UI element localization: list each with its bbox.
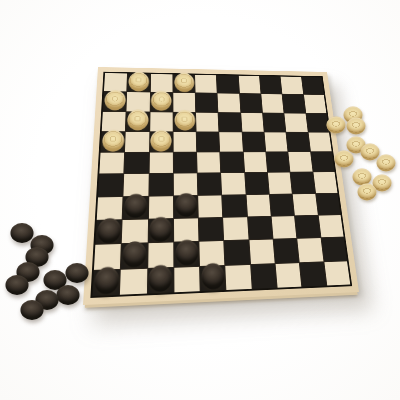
- board-cell-r7c3[interactable]: [149, 196, 173, 219]
- board-cell-r5c4[interactable]: [174, 153, 197, 174]
- board-cell-r10c6[interactable]: [226, 265, 252, 290]
- board-cell-r3c3[interactable]: [150, 112, 173, 131]
- board-cell-r8c5[interactable]: [199, 218, 224, 241]
- board-cell-r8c2[interactable]: [122, 220, 148, 244]
- light-piece[interactable]: ⛀: [104, 90, 126, 110]
- board-cell-r2c4[interactable]: [173, 93, 195, 112]
- board-cell-r10c4[interactable]: [174, 267, 200, 293]
- board-cell-r1c3[interactable]: [150, 74, 172, 92]
- board-cell-r7c6[interactable]: [223, 195, 247, 217]
- light-piece[interactable]: ⛀: [151, 91, 171, 111]
- board-cell-r1c5[interactable]: [195, 75, 217, 93]
- board-cell-r6c4[interactable]: [174, 174, 198, 196]
- board-cell-r10c8[interactable]: [276, 263, 302, 288]
- board-cell-r2c7[interactable]: [240, 94, 262, 112]
- board-cell-r2c10[interactable]: [304, 95, 327, 113]
- dark-piece[interactable]: ⛂: [124, 194, 147, 218]
- board-cell-r10c1[interactable]: ⛂: [92, 270, 120, 296]
- board-cell-r5c7[interactable]: [244, 152, 268, 172]
- board-cell-r10c5[interactable]: ⛂: [200, 266, 226, 291]
- board-cell-r9c9[interactable]: [298, 238, 324, 262]
- board-cell-r3c10[interactable]: [306, 113, 329, 131]
- board-cell-r9c6[interactable]: [225, 241, 250, 265]
- board-cell-r3c4[interactable]: ⛀: [173, 112, 196, 131]
- board-cell-r7c2[interactable]: ⛂: [123, 196, 148, 219]
- board-cell-r4c10[interactable]: [308, 132, 331, 151]
- board-cell-r3c6[interactable]: [219, 113, 242, 132]
- dark-piece[interactable]: ⛂: [175, 240, 198, 266]
- board-cell-r4c4[interactable]: [173, 132, 196, 152]
- board-cell-r10c2[interactable]: [120, 269, 147, 295]
- board-cell-r8c10[interactable]: [318, 215, 343, 237]
- board-cell-r9c7[interactable]: [249, 240, 274, 264]
- off-board-dark-piece[interactable]: ⛂: [21, 300, 44, 320]
- board-cell-r10c10[interactable]: [324, 261, 350, 285]
- board-cell-r4c3[interactable]: ⛀: [150, 132, 173, 152]
- off-board-dark-piece[interactable]: ⛂: [57, 285, 80, 305]
- light-piece[interactable]: ⛀: [128, 72, 149, 92]
- board-cell-r5c8[interactable]: [266, 152, 290, 172]
- board-cell-r6c5[interactable]: [198, 173, 222, 194]
- board-cell-r8c7[interactable]: [248, 217, 273, 240]
- board-cell-r9c4[interactable]: ⛂: [174, 242, 199, 267]
- off-board-light-piece[interactable]: ⛀: [361, 144, 380, 161]
- board-cell-r7c4[interactable]: ⛂: [174, 196, 198, 218]
- board-cell-r10c9[interactable]: [300, 262, 326, 287]
- board-cell-r5c1[interactable]: [99, 153, 124, 174]
- board-cell-r6c10[interactable]: [313, 172, 337, 193]
- dark-piece[interactable]: ⛂: [201, 263, 225, 290]
- board-cell-r5c9[interactable]: [289, 152, 313, 172]
- board-cell-r8c8[interactable]: [272, 216, 297, 239]
- board-cell-r6c6[interactable]: [222, 173, 246, 194]
- board-cell-r2c1[interactable]: ⛀: [103, 92, 127, 111]
- light-piece[interactable]: ⛀: [174, 73, 194, 92]
- board-cell-r4c6[interactable]: [220, 132, 243, 152]
- board-cell-r9c10[interactable]: [321, 238, 347, 261]
- board-cell-r10c3[interactable]: ⛂: [147, 268, 173, 294]
- board-cell-r8c4[interactable]: [174, 218, 199, 241]
- board-cell-r9c8[interactable]: [274, 239, 299, 263]
- off-board-light-piece[interactable]: ⛀: [347, 118, 366, 135]
- light-piece[interactable]: ⛀: [127, 110, 148, 131]
- board-cell-r8c1[interactable]: ⛂: [95, 220, 122, 244]
- board-cell-r5c5[interactable]: [197, 152, 220, 172]
- board-cell-r9c2[interactable]: ⛂: [121, 244, 147, 269]
- board-cell-r6c3[interactable]: [149, 174, 173, 196]
- light-piece[interactable]: ⛀: [174, 110, 195, 130]
- board-cell-r2c9[interactable]: [283, 95, 305, 113]
- board-cell-r7c9[interactable]: [293, 194, 318, 216]
- board-cell-r7c1[interactable]: [97, 197, 123, 220]
- dark-piece[interactable]: ⛂: [122, 241, 146, 267]
- board-cell-r6c8[interactable]: [268, 173, 292, 194]
- board-cell-r4c8[interactable]: [265, 132, 288, 151]
- board-cell-r3c1[interactable]: [102, 112, 126, 132]
- off-board-light-piece[interactable]: ⛀: [358, 184, 377, 201]
- board-cell-r1c2[interactable]: ⛀: [127, 74, 150, 92]
- board-cell-r2c3[interactable]: ⛀: [150, 93, 172, 112]
- board-cell-r1c7[interactable]: [239, 76, 261, 94]
- board-cell-r1c10[interactable]: [302, 77, 324, 95]
- board-cell-r1c4[interactable]: ⛀: [173, 74, 195, 92]
- board-cell-r5c6[interactable]: [221, 152, 245, 172]
- dark-piece[interactable]: ⛂: [149, 265, 173, 292]
- board-cell-r1c6[interactable]: [217, 75, 239, 93]
- board-cell-r6c2[interactable]: [124, 174, 149, 196]
- board-cell-r10c7[interactable]: [251, 264, 277, 289]
- off-board-dark-piece[interactable]: ⛂: [11, 223, 34, 243]
- board-cell-r6c7[interactable]: [245, 173, 269, 194]
- board-cell-r4c9[interactable]: [287, 132, 310, 151]
- board-cell-r3c8[interactable]: [263, 113, 286, 132]
- board-cell-r9c3[interactable]: [148, 243, 173, 268]
- light-piece[interactable]: ⛀: [102, 130, 125, 151]
- board-cell-r3c2[interactable]: ⛀: [126, 112, 149, 131]
- checkers-board: ⛀⛀⛀⛀⛀⛀⛀⛀⛂⛂⛂⛂⛂⛂⛂⛂⛂: [83, 67, 359, 305]
- board-cell-r4c5[interactable]: [197, 132, 220, 152]
- off-board-light-piece[interactable]: ⛀: [335, 151, 354, 168]
- board-cell-r4c1[interactable]: ⛀: [101, 132, 126, 152]
- board-grid: ⛀⛀⛀⛀⛀⛀⛀⛀⛂⛂⛂⛂⛂⛂⛂⛂⛂: [90, 72, 352, 298]
- board-cell-r2c2[interactable]: [127, 92, 150, 111]
- board-cell-r6c9[interactable]: [291, 173, 315, 194]
- board-cell-r2c6[interactable]: [218, 94, 240, 112]
- board-cell-r1c9[interactable]: [281, 77, 303, 95]
- board-cell-r3c7[interactable]: [241, 113, 264, 132]
- board-cell-r9c5[interactable]: [200, 241, 225, 265]
- off-board-dark-piece[interactable]: ⛂: [66, 263, 89, 283]
- board-cell-r5c3[interactable]: [149, 153, 173, 174]
- board-cell-r5c10[interactable]: [311, 152, 335, 172]
- dark-piece[interactable]: ⛂: [94, 267, 119, 295]
- off-board-light-piece[interactable]: ⛀: [327, 117, 346, 134]
- board-cell-r8c9[interactable]: [295, 216, 320, 239]
- board-cell-r5c2[interactable]: [124, 153, 148, 174]
- light-piece[interactable]: ⛀: [151, 130, 172, 151]
- board-cell-r6c1[interactable]: [98, 174, 124, 196]
- board-cell-r1c1[interactable]: [104, 73, 127, 92]
- board-cell-r7c7[interactable]: [246, 195, 270, 217]
- off-board-dark-piece[interactable]: ⛂: [6, 275, 29, 295]
- board-cell-r7c8[interactable]: [270, 194, 295, 216]
- board-cell-r8c3[interactable]: ⛂: [148, 219, 173, 243]
- dark-piece[interactable]: ⛂: [149, 217, 172, 242]
- board-cell-r8c6[interactable]: [224, 217, 249, 240]
- board-cell-r9c1[interactable]: [94, 244, 121, 269]
- board-cell-r4c2[interactable]: [125, 132, 149, 152]
- dark-piece[interactable]: ⛂: [175, 193, 197, 217]
- dark-piece[interactable]: ⛂: [97, 218, 121, 243]
- photo-scene: ⛀⛀⛀⛀⛀⛀⛀⛀⛂⛂⛂⛂⛂⛂⛂⛂⛂ ⛀⛀⛀⛀⛀⛀⛀⛀⛀⛀⛂⛂⛂⛂⛂⛂⛂⛂⛂⛂: [0, 0, 400, 400]
- board-cell-r3c5[interactable]: [196, 112, 219, 131]
- board-cell-r2c5[interactable]: [196, 93, 218, 112]
- board-cell-r4c7[interactable]: [242, 132, 265, 151]
- board-cell-r2c8[interactable]: [261, 94, 283, 112]
- board-cell-r3c9[interactable]: [285, 113, 308, 132]
- board-cell-r7c10[interactable]: [316, 193, 341, 214]
- off-board-light-piece[interactable]: ⛀: [377, 155, 396, 172]
- board-cell-r7c5[interactable]: [198, 195, 222, 217]
- board-cell-r1c8[interactable]: [260, 76, 282, 94]
